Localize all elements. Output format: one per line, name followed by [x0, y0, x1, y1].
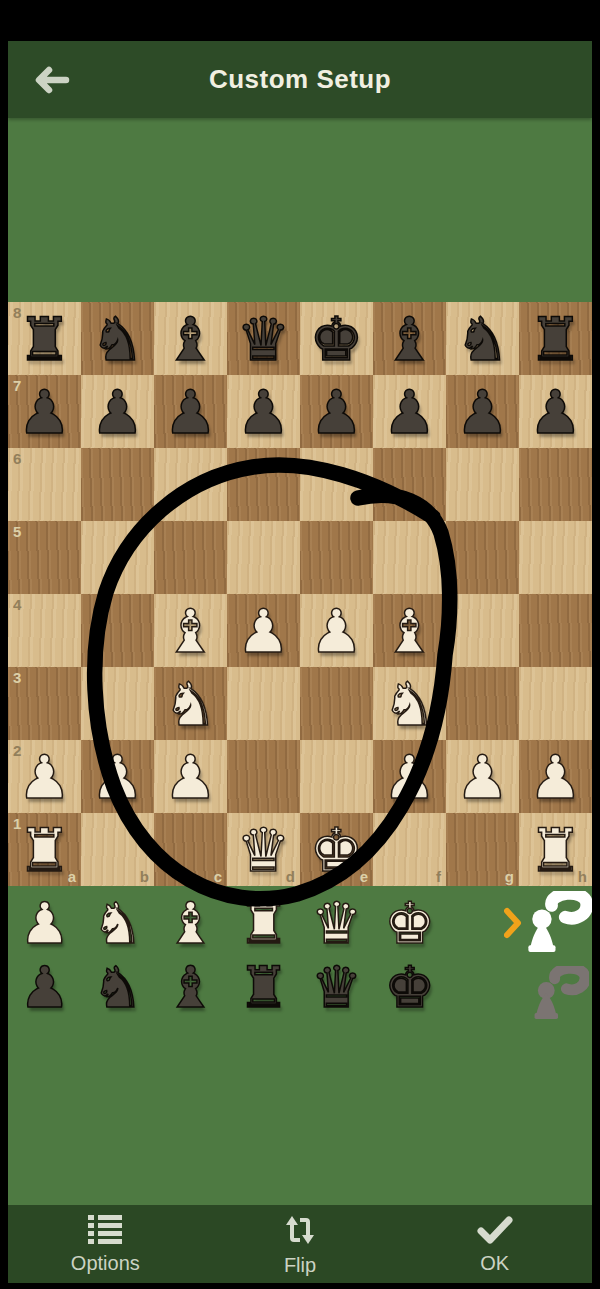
- palette-cell[interactable]: ♜: [227, 890, 300, 956]
- file-label-g: g: [505, 869, 514, 884]
- square-d5[interactable]: [227, 521, 300, 594]
- white-king[interactable]: ♚: [310, 820, 364, 880]
- square-f3[interactable]: ♞: [373, 667, 446, 740]
- black-pawn[interactable]: ♟: [529, 382, 583, 442]
- square-f5[interactable]: [373, 521, 446, 594]
- palette-cell[interactable]: ♞: [81, 890, 154, 956]
- rank-label-4: 4: [13, 597, 21, 612]
- rank-label-1: 1: [13, 816, 21, 831]
- square-a8[interactable]: 8♜: [8, 302, 81, 375]
- black-bishop[interactable]: ♝: [383, 309, 437, 369]
- square-h4[interactable]: [519, 594, 592, 667]
- white-pawn[interactable]: ♟: [237, 601, 291, 661]
- square-h2[interactable]: ♟: [519, 740, 592, 813]
- square-g6[interactable]: [446, 448, 519, 521]
- black-to-move-icon[interactable]: [527, 966, 589, 1020]
- white-pawn[interactable]: ♟: [456, 747, 510, 807]
- palette-cell[interactable]: ♜: [227, 954, 300, 1020]
- rank-label-5: 5: [13, 524, 21, 539]
- square-c5[interactable]: [154, 521, 227, 594]
- rank-label-6: 6: [13, 451, 21, 466]
- rank-label-2: 2: [13, 743, 21, 758]
- white-king[interactable]: ♚: [384, 895, 435, 952]
- square-e4[interactable]: ♟: [300, 594, 373, 667]
- palette-cell[interactable]: ♝: [154, 954, 227, 1020]
- black-knight[interactable]: ♞: [91, 309, 145, 369]
- file-label-a: a: [68, 869, 76, 884]
- white-pawn[interactable]: ♟: [18, 747, 72, 807]
- options-label: Options: [71, 1253, 140, 1273]
- white-queen[interactable]: ♛: [237, 820, 291, 880]
- bottom-toolbar: Options Flip: [8, 1205, 592, 1283]
- black-pawn[interactable]: ♟: [310, 382, 364, 442]
- black-rook[interactable]: ♜: [18, 309, 72, 369]
- flip-icon: [283, 1214, 317, 1249]
- white-bishop[interactable]: ♝: [383, 601, 437, 661]
- square-d7[interactable]: ♟: [227, 375, 300, 448]
- white-pawn[interactable]: ♟: [529, 747, 583, 807]
- white-to-move-icon[interactable]: [519, 891, 592, 953]
- square-e3[interactable]: [300, 667, 373, 740]
- square-f6[interactable]: [373, 448, 446, 521]
- square-c7[interactable]: ♟: [154, 375, 227, 448]
- file-label-e: e: [360, 869, 368, 884]
- square-e6[interactable]: [300, 448, 373, 521]
- square-d8[interactable]: ♛: [227, 302, 300, 375]
- square-a4[interactable]: 4: [8, 594, 81, 667]
- square-f7[interactable]: ♟: [373, 375, 446, 448]
- black-pawn[interactable]: ♟: [456, 382, 510, 442]
- white-bishop[interactable]: ♝: [165, 895, 216, 952]
- black-pawn[interactable]: ♟: [383, 382, 437, 442]
- file-label-c: c: [214, 869, 222, 884]
- square-g2[interactable]: ♟: [446, 740, 519, 813]
- square-b7[interactable]: ♟: [81, 375, 154, 448]
- square-f1[interactable]: f: [373, 813, 446, 886]
- list-icon: [88, 1215, 122, 1247]
- black-knight[interactable]: ♞: [92, 959, 143, 1016]
- square-a2[interactable]: 2♟: [8, 740, 81, 813]
- square-d2[interactable]: [227, 740, 300, 813]
- square-a7[interactable]: 7♟: [8, 375, 81, 448]
- square-c8[interactable]: ♝: [154, 302, 227, 375]
- file-label-d: d: [286, 869, 295, 884]
- ok-button[interactable]: OK: [397, 1205, 592, 1283]
- square-h5[interactable]: [519, 521, 592, 594]
- palette-cell[interactable]: ♛: [300, 954, 373, 1020]
- square-c1[interactable]: c: [154, 813, 227, 886]
- square-d1[interactable]: d♛: [227, 813, 300, 886]
- phone-frame: Custom Setup 8♜♞♝♛♚♝♞♜7♟♟♟♟♟♟♟♟654♝♟♟♝3♞…: [0, 0, 600, 1289]
- square-e2[interactable]: [300, 740, 373, 813]
- square-f2[interactable]: ♟: [373, 740, 446, 813]
- rank-label-7: 7: [13, 378, 21, 393]
- square-d3[interactable]: [227, 667, 300, 740]
- ok-label: OK: [480, 1253, 509, 1273]
- white-queen[interactable]: ♛: [311, 895, 362, 952]
- white-pawn[interactable]: ♟: [164, 747, 218, 807]
- square-c3[interactable]: ♞: [154, 667, 227, 740]
- square-g5[interactable]: [446, 521, 519, 594]
- black-queen[interactable]: ♛: [237, 309, 291, 369]
- white-knight[interactable]: ♞: [383, 674, 437, 734]
- palette-cell[interactable]: ♚: [373, 890, 446, 956]
- square-h7[interactable]: ♟: [519, 375, 592, 448]
- white-rook[interactable]: ♜: [529, 820, 583, 880]
- black-rook[interactable]: ♜: [529, 309, 583, 369]
- palette-cell[interactable]: ♟: [8, 890, 81, 956]
- square-a5[interactable]: 5: [8, 521, 81, 594]
- square-b1[interactable]: b: [81, 813, 154, 886]
- black-knight[interactable]: ♞: [456, 309, 510, 369]
- app-screen: Custom Setup 8♜♞♝♛♚♝♞♜7♟♟♟♟♟♟♟♟654♝♟♟♝3♞…: [8, 41, 592, 1283]
- square-b3[interactable]: [81, 667, 154, 740]
- square-g8[interactable]: ♞: [446, 302, 519, 375]
- white-pawn[interactable]: ♟: [19, 895, 70, 952]
- file-label-b: b: [140, 869, 149, 884]
- palette-cell[interactable]: ♝: [154, 890, 227, 956]
- file-label-h: h: [578, 869, 587, 884]
- square-d4[interactable]: ♟: [227, 594, 300, 667]
- square-g4[interactable]: [446, 594, 519, 667]
- square-a6[interactable]: 6: [8, 448, 81, 521]
- square-e1[interactable]: e♚: [300, 813, 373, 886]
- app-bar: Custom Setup: [8, 41, 592, 118]
- black-bishop[interactable]: ♝: [165, 959, 216, 1016]
- palette-cell[interactable]: ♛: [300, 890, 373, 956]
- black-pawn[interactable]: ♟: [237, 382, 291, 442]
- board: 8♜♞♝♛♚♝♞♜7♟♟♟♟♟♟♟♟654♝♟♟♝3♞♞2♟♟♟♟♟♟1a♜bc…: [8, 302, 592, 886]
- black-pawn[interactable]: ♟: [19, 959, 70, 1016]
- options-button[interactable]: Options: [8, 1205, 203, 1283]
- flip-button[interactable]: Flip: [203, 1205, 398, 1283]
- black-pawn[interactable]: ♟: [18, 382, 72, 442]
- palette-cell[interactable]: ♞: [81, 954, 154, 1020]
- square-b2[interactable]: ♟: [81, 740, 154, 813]
- black-pawn[interactable]: ♟: [164, 382, 218, 442]
- square-c2[interactable]: ♟: [154, 740, 227, 813]
- square-c4[interactable]: ♝: [154, 594, 227, 667]
- white-rook[interactable]: ♜: [18, 820, 72, 880]
- page-title: Custom Setup: [8, 64, 592, 95]
- square-b4[interactable]: [81, 594, 154, 667]
- check-icon: [477, 1216, 513, 1247]
- square-e5[interactable]: [300, 521, 373, 594]
- square-h3[interactable]: [519, 667, 592, 740]
- square-b6[interactable]: [81, 448, 154, 521]
- square-g7[interactable]: ♟: [446, 375, 519, 448]
- flip-label: Flip: [284, 1255, 316, 1275]
- white-knight[interactable]: ♞: [92, 895, 143, 952]
- square-c6[interactable]: [154, 448, 227, 521]
- square-g3[interactable]: [446, 667, 519, 740]
- square-a3[interactable]: 3: [8, 667, 81, 740]
- rank-label-3: 3: [13, 670, 21, 685]
- square-e8[interactable]: ♚: [300, 302, 373, 375]
- palette-cell[interactable]: ♟: [8, 954, 81, 1020]
- square-g1[interactable]: g: [446, 813, 519, 886]
- white-rook[interactable]: ♜: [238, 895, 289, 952]
- file-label-f: f: [436, 869, 441, 884]
- square-h1[interactable]: h♜: [519, 813, 592, 886]
- black-pawn[interactable]: ♟: [91, 382, 145, 442]
- square-h6[interactable]: [519, 448, 592, 521]
- black-queen[interactable]: ♛: [311, 959, 362, 1016]
- square-e7[interactable]: ♟: [300, 375, 373, 448]
- square-h8[interactable]: ♜: [519, 302, 592, 375]
- palette-cell[interactable]: ♚: [373, 954, 446, 1020]
- white-pawn[interactable]: ♟: [310, 601, 364, 661]
- square-a1[interactable]: 1a♜: [8, 813, 81, 886]
- white-knight[interactable]: ♞: [164, 674, 218, 734]
- square-f4[interactable]: ♝: [373, 594, 446, 667]
- black-king[interactable]: ♚: [384, 959, 435, 1016]
- white-bishop[interactable]: ♝: [164, 601, 218, 661]
- square-b8[interactable]: ♞: [81, 302, 154, 375]
- rank-label-8: 8: [13, 305, 21, 320]
- square-b5[interactable]: [81, 521, 154, 594]
- black-king[interactable]: ♚: [310, 309, 364, 369]
- square-f8[interactable]: ♝: [373, 302, 446, 375]
- palette-black-row: ♟♞♝♜♛♚: [8, 954, 592, 1020]
- white-pawn[interactable]: ♟: [383, 747, 437, 807]
- white-pawn[interactable]: ♟: [91, 747, 145, 807]
- square-d6[interactable]: [227, 448, 300, 521]
- black-bishop[interactable]: ♝: [164, 309, 218, 369]
- black-rook[interactable]: ♜: [238, 959, 289, 1016]
